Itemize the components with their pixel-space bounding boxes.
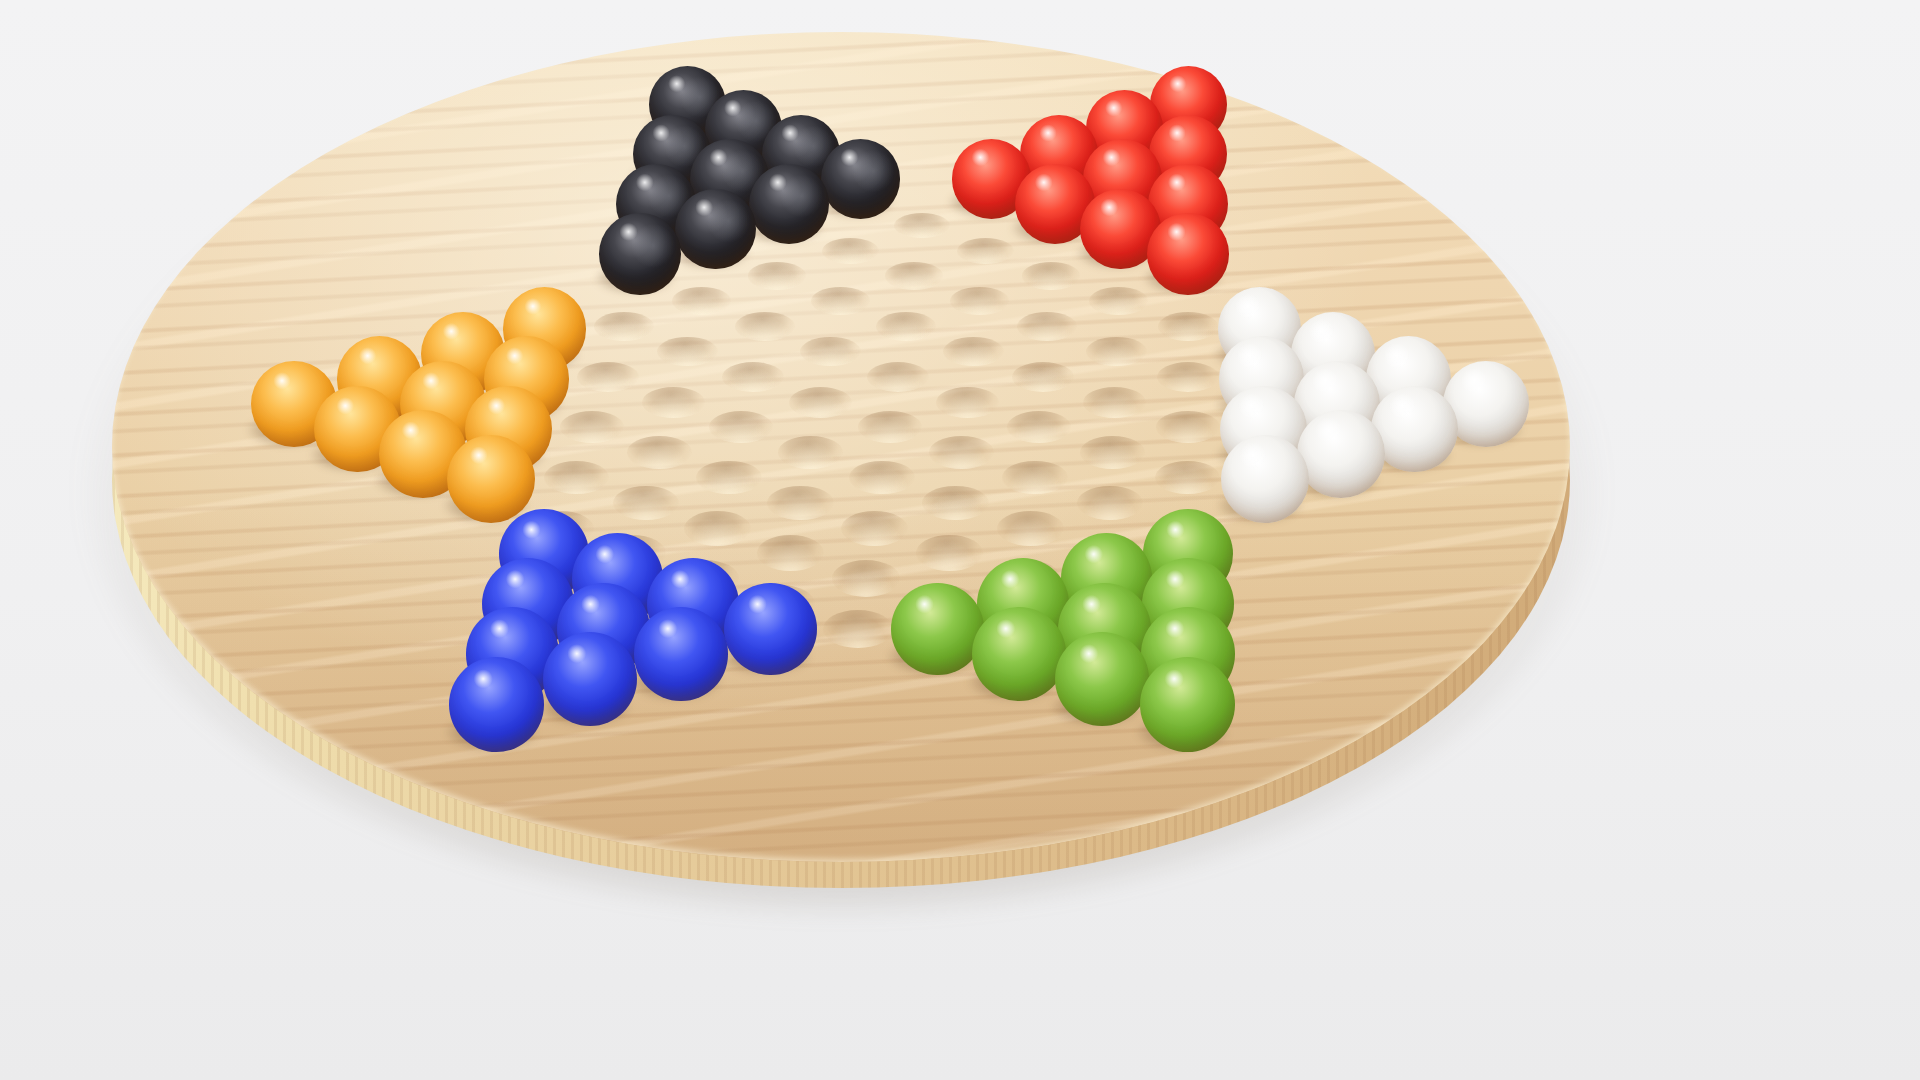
- board-hole-empty[interactable]: [957, 238, 1015, 264]
- board-hole-empty[interactable]: [1158, 312, 1218, 341]
- board-hole-empty[interactable]: [885, 262, 944, 289]
- marble-black[interactable]: [749, 164, 829, 244]
- board-hole-empty[interactable]: [722, 362, 784, 392]
- board-hole-empty[interactable]: [943, 337, 1004, 366]
- board-hole-empty[interactable]: [867, 362, 929, 392]
- marble-blue[interactable]: [634, 607, 728, 701]
- marble-green[interactable]: [1140, 657, 1235, 752]
- board-hole-empty[interactable]: [936, 387, 999, 418]
- board-hole-empty[interactable]: [577, 362, 639, 392]
- board-hole-empty[interactable]: [789, 387, 852, 418]
- board-hole-empty[interactable]: [642, 387, 705, 418]
- board-hole-empty[interactable]: [544, 461, 609, 495]
- marble-red[interactable]: [1147, 213, 1229, 295]
- board-hole-empty[interactable]: [1157, 362, 1219, 392]
- board-hole-empty[interactable]: [1017, 312, 1077, 341]
- board-hole-empty[interactable]: [560, 411, 624, 443]
- board-hole-empty[interactable]: [696, 461, 761, 495]
- board-hole-empty[interactable]: [916, 535, 984, 571]
- board-hole-empty[interactable]: [922, 486, 988, 520]
- board-hole-empty[interactable]: [1007, 411, 1071, 443]
- board-hole-empty[interactable]: [767, 486, 833, 520]
- board-hole-empty[interactable]: [1012, 362, 1074, 392]
- marble-blue[interactable]: [724, 583, 817, 676]
- board-hole-empty[interactable]: [800, 337, 861, 366]
- board-hole-empty[interactable]: [832, 560, 901, 597]
- board-hole-empty[interactable]: [1156, 411, 1220, 443]
- board-hole-empty[interactable]: [997, 511, 1064, 546]
- board-hole-empty[interactable]: [822, 238, 880, 264]
- board-hole-empty[interactable]: [823, 610, 893, 649]
- board-hole-empty[interactable]: [1083, 387, 1146, 418]
- board-hole-empty[interactable]: [684, 511, 751, 546]
- marble-green[interactable]: [891, 583, 984, 676]
- marble-green[interactable]: [1055, 632, 1149, 726]
- board-hole-empty[interactable]: [929, 436, 994, 469]
- board-hole-empty[interactable]: [1077, 486, 1143, 520]
- board-hole-empty[interactable]: [1080, 436, 1145, 469]
- board-hole-empty[interactable]: [858, 411, 922, 443]
- board-hole-empty[interactable]: [709, 411, 773, 443]
- board-hole-empty[interactable]: [735, 312, 795, 341]
- marble-yellow[interactable]: [447, 435, 535, 523]
- marble-white[interactable]: [1221, 435, 1309, 523]
- marble-white[interactable]: [1297, 410, 1385, 498]
- marble-black[interactable]: [675, 189, 756, 270]
- marble-blue[interactable]: [449, 657, 544, 752]
- marble-black[interactable]: [821, 139, 900, 218]
- board-hole-empty[interactable]: [841, 511, 908, 546]
- board-hole-empty[interactable]: [657, 337, 718, 366]
- marble-blue[interactable]: [543, 632, 637, 726]
- board-hole-empty[interactable]: [627, 436, 692, 469]
- chinese-checkers-scene: [0, 0, 1920, 1080]
- board-hole-empty[interactable]: [1022, 262, 1081, 289]
- board-hole-empty[interactable]: [849, 461, 914, 495]
- board-hole-empty[interactable]: [748, 262, 807, 289]
- board-hole-empty[interactable]: [594, 312, 654, 341]
- marble-green[interactable]: [972, 607, 1066, 701]
- board-hole-empty[interactable]: [1002, 461, 1067, 495]
- board-hole-empty[interactable]: [876, 312, 936, 341]
- marble-black[interactable]: [599, 213, 681, 295]
- board-hole-empty[interactable]: [778, 436, 843, 469]
- board-hole-empty[interactable]: [613, 486, 679, 520]
- board-hole-empty[interactable]: [1086, 337, 1147, 366]
